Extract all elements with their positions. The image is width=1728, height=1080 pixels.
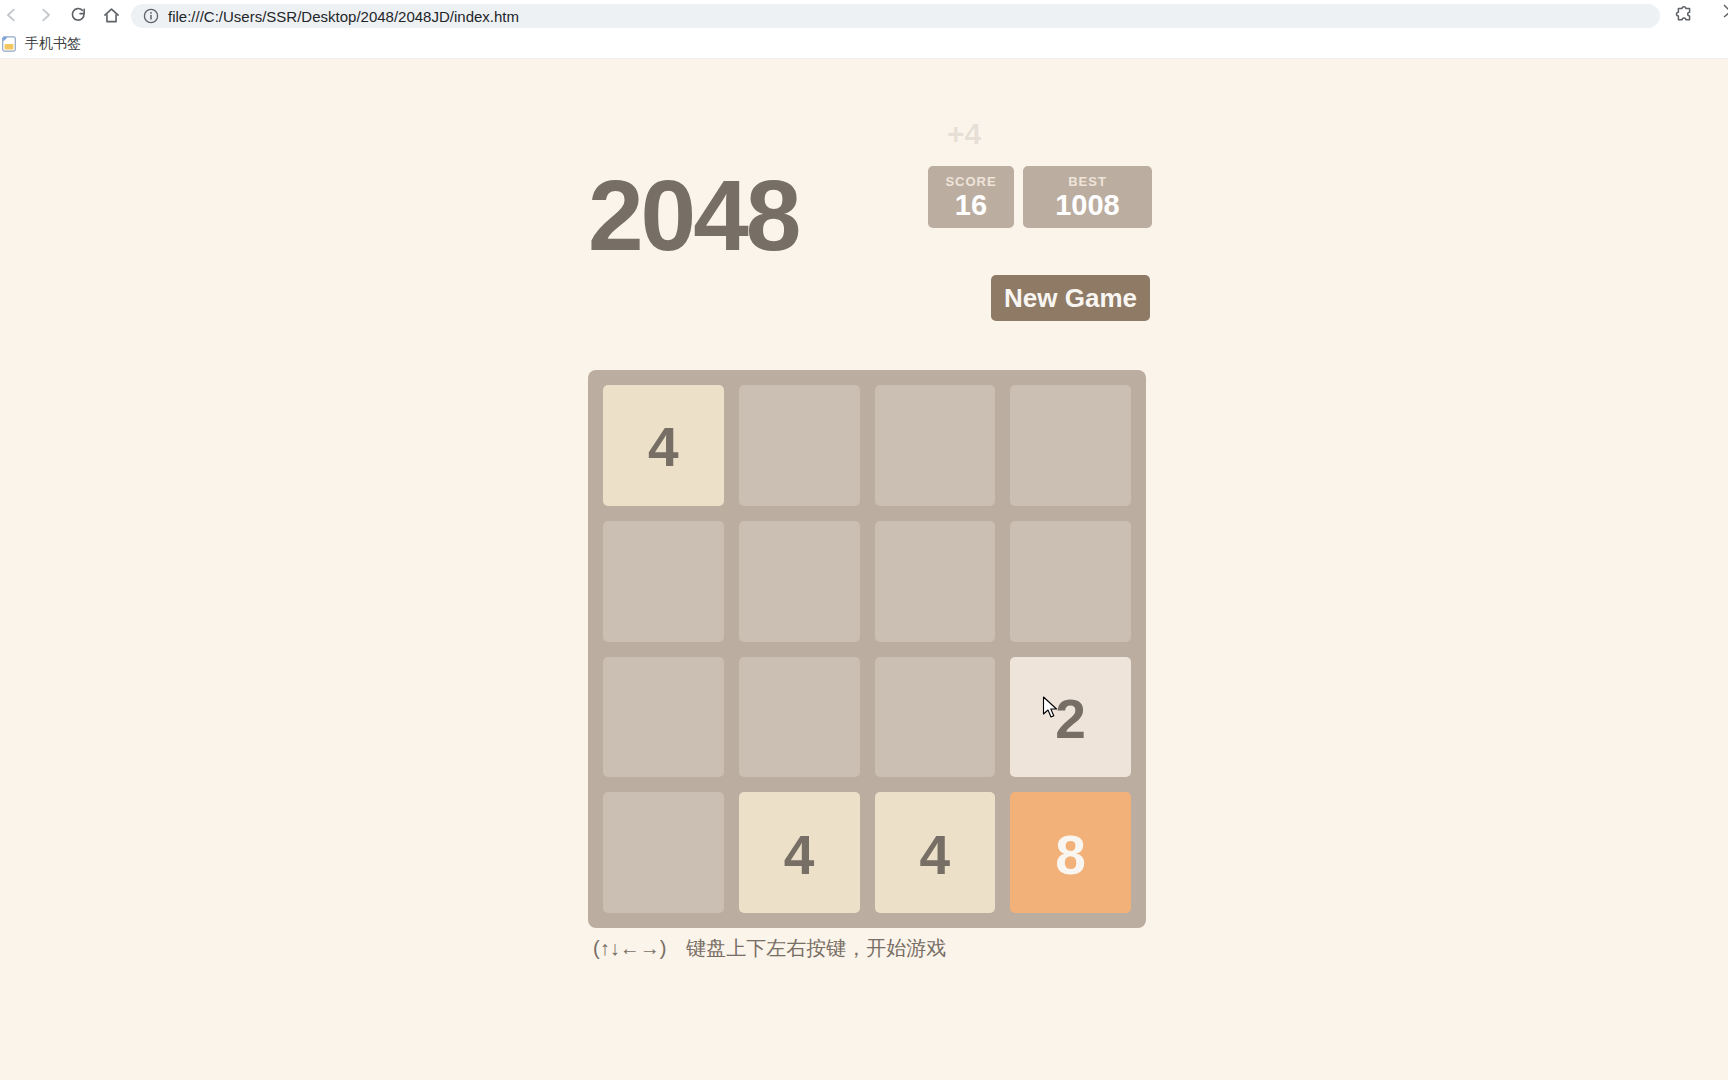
forward-button[interactable] bbox=[35, 5, 55, 25]
extensions-button[interactable] bbox=[1674, 5, 1694, 25]
home-button[interactable] bbox=[101, 5, 121, 25]
empty-cell-r1c2 bbox=[739, 385, 860, 506]
instructions-text: (↑↓←→) 键盘上下左右按键，开始游戏 bbox=[593, 936, 946, 960]
empty-cell-r3c1 bbox=[603, 657, 724, 778]
refresh-button[interactable] bbox=[68, 5, 88, 25]
game-board: 42448 bbox=[588, 370, 1146, 928]
tile-4-r4c2: 4 bbox=[739, 792, 860, 913]
mouse-cursor bbox=[1042, 696, 1061, 719]
back-button[interactable] bbox=[2, 5, 22, 25]
empty-cell-r2c3 bbox=[875, 521, 996, 642]
tile-2-r3c4: 2 bbox=[1010, 657, 1131, 778]
bookmark-favicon-icon bbox=[2, 36, 16, 52]
browser-toolbar: file:///C:/Users/SSR/Desktop/2048/2048JD… bbox=[0, 0, 1728, 30]
empty-cell-r1c3 bbox=[875, 385, 996, 506]
extensions-puzzle-icon bbox=[1674, 5, 1694, 25]
score-label: SCORE bbox=[928, 175, 1014, 189]
best-value: 1008 bbox=[1023, 189, 1152, 221]
bookmark-item-mobile[interactable]: 手机书签 bbox=[0, 35, 81, 53]
empty-cell-r2c4 bbox=[1010, 521, 1131, 642]
empty-cell-r1c4 bbox=[1010, 385, 1131, 506]
toolbar-right bbox=[1660, 5, 1728, 25]
clipped-toolbar-icon[interactable] bbox=[1722, 3, 1728, 21]
address-bar[interactable]: file:///C:/Users/SSR/Desktop/2048/2048JD… bbox=[131, 4, 1660, 28]
empty-cell-r2c1 bbox=[603, 521, 724, 642]
game-title: 2048 bbox=[588, 165, 798, 265]
score-value: 16 bbox=[928, 189, 1014, 221]
page-info-icon[interactable] bbox=[143, 8, 159, 24]
score-popup: +4 bbox=[914, 119, 1014, 149]
empty-cell-r2c2 bbox=[739, 521, 860, 642]
empty-cell-r4c1 bbox=[603, 792, 724, 913]
empty-cell-r3c3 bbox=[875, 657, 996, 778]
refresh-icon bbox=[69, 6, 88, 25]
tile-4-r4c3: 4 bbox=[875, 792, 996, 913]
score-box: SCORE 16 bbox=[928, 166, 1014, 228]
tile-8-r4c4: 8 bbox=[1010, 792, 1131, 913]
game-page: +4 2048 SCORE 16 BEST 1008 New Game 4244… bbox=[0, 59, 1728, 1080]
tile-4-r1c1: 4 bbox=[603, 385, 724, 506]
best-box: BEST 1008 bbox=[1023, 166, 1152, 228]
back-icon bbox=[3, 6, 21, 24]
new-game-button[interactable]: New Game bbox=[991, 275, 1150, 321]
bookmarks-bar: 手机书签 bbox=[0, 30, 1728, 59]
best-label: BEST bbox=[1023, 175, 1152, 189]
bookmark-label: 手机书签 bbox=[25, 35, 81, 53]
url-text: file:///C:/Users/SSR/Desktop/2048/2048JD… bbox=[168, 8, 519, 25]
forward-icon bbox=[36, 6, 54, 24]
nav-buttons bbox=[0, 5, 121, 25]
home-icon bbox=[102, 6, 121, 25]
empty-cell-r3c2 bbox=[739, 657, 860, 778]
